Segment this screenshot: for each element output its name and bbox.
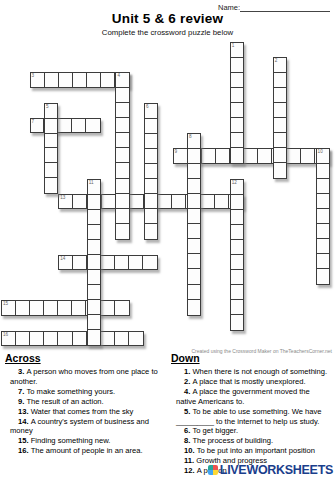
- cell-r7-c15[interactable]: [216, 149, 230, 162]
- cell-r10-c6[interactable]: [88, 195, 100, 210]
- cell-r2-c4[interactable]: [59, 73, 73, 86]
- cell-r19-c2[interactable]: [30, 332, 44, 345]
- cell-number: 2: [275, 58, 278, 63]
- clue-down-10: 10. To be put into an important position: [176, 446, 332, 456]
- cell-r12-c6[interactable]: [88, 225, 100, 240]
- cell-r2-c6[interactable]: [87, 73, 101, 86]
- word-8-down: 8: [187, 133, 201, 315]
- clue-down-5: 5. To be able to use something. We have …: [176, 407, 332, 427]
- cell-r17-c2[interactable]: [30, 301, 44, 314]
- cell-r9-c10[interactable]: [145, 179, 157, 194]
- cell-r1-c16[interactable]: [231, 58, 243, 73]
- cell-r9-c6[interactable]: 11: [88, 180, 100, 195]
- cell-number: 10: [318, 149, 323, 154]
- cell-r6-c10[interactable]: [145, 134, 157, 149]
- cell-number: 6: [146, 104, 149, 109]
- cell-r0-c16[interactable]: 1: [231, 43, 243, 58]
- cell-r5-c4[interactable]: [58, 119, 72, 132]
- crossword-board: 37913141516124568101112: [0, 0, 335, 350]
- cell-r11-c13[interactable]: [188, 209, 200, 224]
- cell-r16-c6[interactable]: [88, 285, 100, 300]
- clue-number: 8.: [184, 436, 192, 445]
- worksheet-page: Name: Unit 5 & 6 review Complete the cro…: [0, 0, 335, 480]
- clue-down-2: 2. A place that is mostly unexplored.: [176, 377, 332, 387]
- cell-r18-c16[interactable]: [231, 315, 243, 330]
- down-heading: Down: [171, 352, 332, 364]
- cell-r17-c4[interactable]: [58, 301, 72, 314]
- clue-number: 14.: [18, 417, 31, 426]
- cell-r10-c15[interactable]: [215, 195, 229, 208]
- cell-r4-c19[interactable]: [274, 103, 286, 118]
- down-clue-list: 1. When there is not enough of something…: [171, 367, 332, 476]
- cell-number: 11: [89, 180, 94, 185]
- cell-r15-c16[interactable]: [231, 270, 243, 285]
- word-14-across: 14: [58, 255, 158, 270]
- cell-r4-c8[interactable]: [116, 103, 128, 118]
- cell-number: 16: [3, 332, 8, 337]
- cell-r19-c6[interactable]: [88, 330, 100, 345]
- cell-r12-c22[interactable]: [317, 224, 329, 239]
- cell-r17-c5[interactable]: [72, 301, 86, 314]
- word-4-down: 4: [115, 72, 129, 239]
- cell-r17-c1[interactable]: [16, 301, 30, 314]
- cell-r10-c10[interactable]: [145, 194, 157, 209]
- cell-number: 8: [189, 134, 192, 139]
- cell-r2-c7[interactable]: [101, 73, 115, 86]
- cell-r2-c8[interactable]: 4: [116, 73, 128, 88]
- cell-r2-c2[interactable]: 3: [31, 73, 45, 86]
- clue-number: 13.: [18, 407, 31, 416]
- clue-number: 1.: [184, 367, 192, 376]
- clue-number: 7.: [18, 387, 26, 396]
- cell-r16-c13[interactable]: [188, 285, 200, 300]
- cell-number: 5: [46, 104, 49, 109]
- cell-r6-c16[interactable]: [231, 133, 243, 148]
- cell-r6-c8[interactable]: [116, 133, 128, 148]
- cell-r8-c8[interactable]: [116, 163, 128, 178]
- cell-r14-c4[interactable]: 14: [59, 256, 73, 269]
- cell-r7-c17[interactable]: [244, 149, 258, 162]
- word-7-across: 7: [30, 118, 102, 133]
- clue-down-4: 4. A place the government moved the nati…: [176, 387, 332, 407]
- cell-r9-c3[interactable]: [45, 178, 57, 193]
- across-heading: Across: [5, 352, 163, 364]
- cell-r11-c8[interactable]: [116, 209, 128, 224]
- cell-r13-c22[interactable]: [317, 239, 329, 254]
- clue-across-13: 13. Water that comes from the sky: [10, 407, 163, 417]
- liveworksheets-logo[interactable]: LIVEWORKSHEETS: [208, 463, 333, 477]
- cell-number: 3: [32, 73, 35, 78]
- cell-r14-c5[interactable]: [73, 256, 87, 269]
- clue-across-9: 9. The result of an action.: [10, 397, 163, 407]
- cell-r16-c16[interactable]: [231, 285, 243, 300]
- cell-r13-c16[interactable]: [231, 240, 243, 255]
- clue-number: 9.: [18, 397, 26, 406]
- cell-r7-c8[interactable]: [116, 148, 128, 163]
- cell-r3-c8[interactable]: [116, 88, 128, 103]
- cell-r19-c3[interactable]: [44, 332, 58, 345]
- cell-r7-c3[interactable]: [45, 148, 57, 163]
- cell-r19-c0[interactable]: 16: [2, 332, 16, 345]
- cell-r7-c22[interactable]: 10: [317, 149, 329, 164]
- cell-r4-c3[interactable]: 5: [45, 104, 57, 119]
- cell-r12-c10[interactable]: [145, 224, 157, 239]
- cell-r11-c10[interactable]: [145, 209, 157, 224]
- cell-r14-c7[interactable]: [101, 256, 115, 269]
- word-2-down: 2: [273, 57, 287, 179]
- across-clue-list: 3. A person who moves from one place to …: [5, 367, 163, 456]
- cell-r18-c6[interactable]: [88, 315, 100, 330]
- word-12-down: 12: [230, 179, 244, 331]
- word-6-down: 6: [144, 103, 158, 240]
- cell-r2-c16[interactable]: [231, 73, 243, 88]
- cell-r5-c5[interactable]: [72, 119, 86, 132]
- cell-r19-c9[interactable]: [129, 332, 143, 345]
- clue-number: 6.: [184, 426, 192, 435]
- cell-r5-c2[interactable]: 7: [31, 119, 45, 132]
- word-11-down: 11: [87, 179, 101, 346]
- cell-r6-c19[interactable]: [274, 133, 286, 148]
- cell-number: 15: [3, 301, 8, 306]
- cell-r7-c18[interactable]: [258, 149, 272, 162]
- word-15-across: 15: [1, 300, 130, 315]
- cell-r14-c10[interactable]: [143, 256, 157, 269]
- across-clues: Across 3. A person who moves from one pl…: [5, 352, 163, 456]
- cell-r5-c8[interactable]: [116, 118, 128, 133]
- cell-r7-c19[interactable]: [274, 148, 286, 163]
- cell-r7-c20[interactable]: [287, 149, 301, 162]
- clue-number: 11.: [184, 456, 196, 465]
- clue-down-1: 1. When there is not enough of something…: [176, 367, 332, 377]
- cell-r6-c3[interactable]: [45, 134, 57, 149]
- cell-r10-c8[interactable]: [116, 194, 128, 209]
- clue-across-14: 14. A country's system of business and m…: [10, 417, 163, 437]
- clue-across-7: 7. To make something yours.: [10, 387, 163, 397]
- cell-r11-c16[interactable]: [231, 210, 243, 225]
- cell-r12-c16[interactable]: [231, 225, 243, 240]
- cell-r14-c8[interactable]: [115, 256, 129, 269]
- cell-r11-c22[interactable]: [317, 209, 329, 224]
- clue-down-8: 8. The process of building.: [176, 436, 332, 446]
- cell-r5-c16[interactable]: [231, 118, 243, 133]
- cell-r10-c9[interactable]: [130, 195, 144, 208]
- cell-r4-c10[interactable]: 6: [145, 104, 157, 119]
- cell-r19-c1[interactable]: [16, 332, 30, 345]
- cell-r14-c22[interactable]: [317, 254, 329, 269]
- cell-r10-c22[interactable]: [317, 194, 329, 209]
- cell-r10-c12[interactable]: [172, 195, 186, 208]
- clue-number: 15.: [18, 436, 31, 445]
- clue-number: 5.: [184, 407, 192, 416]
- cell-r17-c8[interactable]: [115, 301, 129, 314]
- cell-r8-c13[interactable]: [188, 164, 200, 179]
- cell-r10-c11[interactable]: [158, 195, 172, 208]
- cell-r15-c13[interactable]: [188, 269, 200, 284]
- clue-number: 16.: [18, 446, 31, 455]
- clue-across-16: 16. The amount of people in an area.: [10, 446, 163, 456]
- cell-r14-c13[interactable]: [188, 254, 200, 269]
- clue-number: 2.: [184, 377, 192, 386]
- cell-r12-c13[interactable]: [188, 224, 200, 239]
- word-16-across: 16: [1, 331, 144, 346]
- cell-r8-c22[interactable]: [317, 164, 329, 179]
- liveworksheets-icon: [208, 465, 218, 475]
- cell-r10-c5[interactable]: [73, 195, 87, 208]
- word-5-down: 5: [44, 103, 58, 194]
- cell-r17-c16[interactable]: [231, 300, 243, 315]
- cell-r2-c19[interactable]: [274, 73, 286, 88]
- clue-number: 3.: [18, 367, 26, 376]
- cell-r9-c8[interactable]: [116, 179, 128, 194]
- cell-r14-c6[interactable]: [88, 255, 100, 270]
- cell-r9-c22[interactable]: [317, 179, 329, 194]
- cell-r12-c8[interactable]: [116, 224, 128, 239]
- cell-r7-c10[interactable]: [145, 149, 157, 164]
- cell-r17-c3[interactable]: [44, 301, 58, 314]
- cell-r3-c16[interactable]: [231, 88, 243, 103]
- cell-r7-c14[interactable]: [202, 149, 216, 162]
- cell-r7-c12[interactable]: 9: [174, 149, 188, 162]
- cell-r19-c7[interactable]: [101, 332, 115, 345]
- clue-down-6: 6. To get bigger.: [176, 426, 332, 436]
- cell-r5-c19[interactable]: [274, 118, 286, 133]
- cell-r9-c16[interactable]: 12: [231, 180, 243, 195]
- cell-r10-c14[interactable]: [201, 195, 215, 208]
- cell-r14-c9[interactable]: [129, 256, 143, 269]
- cell-r17-c0[interactable]: 15: [2, 301, 16, 314]
- cell-r17-c6[interactable]: [88, 300, 100, 315]
- cell-r19-c5[interactable]: [73, 332, 87, 345]
- liveworksheets-logo-text: LIVEWORKSHEETS: [220, 463, 333, 477]
- cell-r19-c8[interactable]: [115, 332, 129, 345]
- cell-r13-c6[interactable]: [88, 240, 100, 255]
- cell-r8-c3[interactable]: [45, 163, 57, 178]
- clue-number: 10.: [184, 446, 197, 455]
- cell-r5-c6[interactable]: [86, 119, 100, 132]
- clue-number: 12.: [184, 466, 197, 475]
- cell-number: 14: [60, 256, 65, 261]
- word-1-down: 1: [230, 42, 244, 164]
- cell-r7-c16[interactable]: [231, 148, 243, 163]
- cell-r7-c13[interactable]: [188, 149, 200, 164]
- cell-number: 7: [32, 119, 35, 124]
- cell-r17-c13[interactable]: [188, 300, 200, 315]
- down-clues: Down 1. When there is not enough of some…: [171, 352, 332, 476]
- cell-r5-c3[interactable]: [45, 119, 57, 134]
- cell-r10-c16[interactable]: [231, 195, 243, 210]
- cell-r15-c6[interactable]: [88, 270, 100, 285]
- cell-number: 1: [232, 43, 235, 48]
- clue-across-15: 15. Finding something new.: [10, 436, 163, 446]
- word-10-down: 10: [316, 148, 330, 285]
- cell-r1-c19[interactable]: 2: [274, 58, 286, 73]
- cell-r2-c3[interactable]: [45, 73, 59, 86]
- cell-number: 9: [175, 149, 178, 154]
- cell-r4-c16[interactable]: [231, 103, 243, 118]
- cell-r7-c21[interactable]: [301, 149, 315, 162]
- cell-r10-c4[interactable]: 13: [59, 195, 73, 208]
- clue-across-3: 3. A person who moves from one place to …: [10, 367, 163, 387]
- clue-number: 4.: [184, 387, 192, 396]
- cell-number: 4: [117, 73, 120, 78]
- cell-r10-c13[interactable]: [188, 194, 200, 209]
- cell-r15-c22[interactable]: [317, 269, 329, 284]
- cell-r8-c19[interactable]: [274, 163, 286, 178]
- cell-r14-c16[interactable]: [231, 255, 243, 270]
- cell-r19-c4[interactable]: [58, 332, 72, 345]
- cell-r13-c13[interactable]: [188, 239, 200, 254]
- cell-r10-c7[interactable]: [102, 195, 116, 208]
- cell-r9-c13[interactable]: [188, 179, 200, 194]
- cell-r6-c13[interactable]: 8: [188, 134, 200, 149]
- cell-r3-c19[interactable]: [274, 88, 286, 103]
- cell-number: 12: [232, 180, 237, 185]
- cell-r17-c7[interactable]: [101, 301, 115, 314]
- cell-r5-c10[interactable]: [145, 119, 157, 134]
- cell-number: 13: [60, 195, 65, 200]
- cell-r8-c10[interactable]: [145, 164, 157, 179]
- cell-r11-c6[interactable]: [88, 210, 100, 225]
- cell-r2-c5[interactable]: [73, 73, 87, 86]
